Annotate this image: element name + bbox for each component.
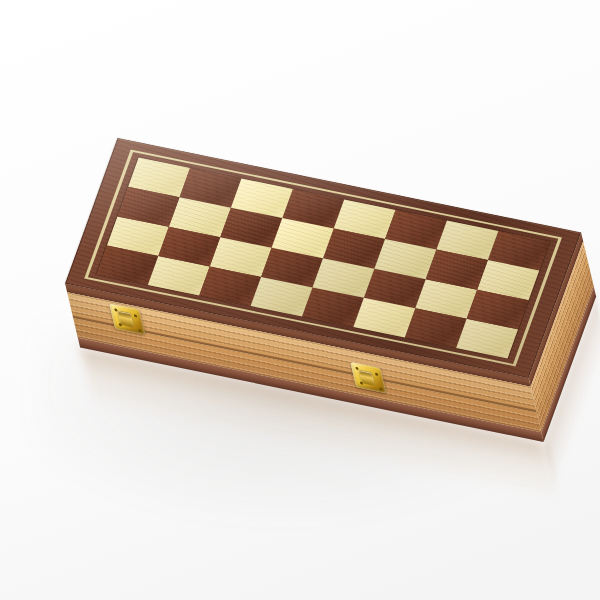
product-photo-scene xyxy=(0,0,600,600)
